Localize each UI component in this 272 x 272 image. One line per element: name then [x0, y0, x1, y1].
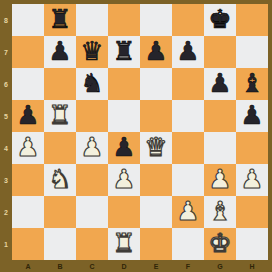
square-g5[interactable]	[204, 100, 236, 132]
piece-black-knight[interactable]: ♞	[76, 68, 108, 100]
square-d8[interactable]	[108, 4, 140, 36]
square-a5[interactable]: ♟	[12, 100, 44, 132]
piece-black-bishop[interactable]: ♝	[236, 68, 268, 100]
piece-white-pawn[interactable]: ♟	[12, 132, 44, 164]
square-f6[interactable]	[172, 68, 204, 100]
piece-black-pawn[interactable]: ♟	[108, 132, 140, 164]
file-label-a: A	[12, 260, 44, 272]
rank-labels: 87654321	[0, 4, 12, 260]
square-h6[interactable]: ♝	[236, 68, 268, 100]
rank-label-3: 3	[0, 164, 12, 196]
file-label-b: B	[44, 260, 76, 272]
square-a2[interactable]	[12, 196, 44, 228]
square-a3[interactable]	[12, 164, 44, 196]
square-c8[interactable]	[76, 4, 108, 36]
square-h7[interactable]	[236, 36, 268, 68]
square-d3[interactable]: ♟	[108, 164, 140, 196]
square-b7[interactable]: ♟	[44, 36, 76, 68]
square-g1[interactable]: ♚	[204, 228, 236, 260]
piece-black-pawn[interactable]: ♟	[204, 68, 236, 100]
square-d2[interactable]	[108, 196, 140, 228]
rank-label-1: 1	[0, 228, 12, 260]
piece-white-pawn[interactable]: ♟	[236, 164, 268, 196]
file-label-d: D	[108, 260, 140, 272]
square-e6[interactable]	[140, 68, 172, 100]
piece-white-pawn[interactable]: ♟	[204, 164, 236, 196]
square-d7[interactable]: ♜	[108, 36, 140, 68]
rank-label-8: 8	[0, 4, 12, 36]
square-b6[interactable]	[44, 68, 76, 100]
square-d6[interactable]	[108, 68, 140, 100]
chess-board[interactable]: ♜♚♟♛♜♟♟♞♟♝♟♜♟♟♟♟♛♞♟♟♟♟♝♜♚	[12, 4, 268, 260]
square-f7[interactable]: ♟	[172, 36, 204, 68]
square-e3[interactable]	[140, 164, 172, 196]
square-b4[interactable]	[44, 132, 76, 164]
piece-white-rook[interactable]: ♜	[108, 228, 140, 260]
square-h8[interactable]	[236, 4, 268, 36]
piece-black-queen[interactable]: ♛	[76, 36, 108, 68]
rank-label-5: 5	[0, 100, 12, 132]
piece-black-pawn[interactable]: ♟	[12, 100, 44, 132]
square-h5[interactable]: ♟	[236, 100, 268, 132]
piece-black-pawn[interactable]: ♟	[236, 100, 268, 132]
rank-label-6: 6	[0, 68, 12, 100]
square-e7[interactable]: ♟	[140, 36, 172, 68]
square-c6[interactable]: ♞	[76, 68, 108, 100]
square-g4[interactable]	[204, 132, 236, 164]
piece-white-bishop[interactable]: ♝	[204, 196, 236, 228]
square-e1[interactable]	[140, 228, 172, 260]
square-b2[interactable]	[44, 196, 76, 228]
piece-black-king[interactable]: ♚	[204, 4, 236, 36]
square-c7[interactable]: ♛	[76, 36, 108, 68]
square-g7[interactable]	[204, 36, 236, 68]
square-g6[interactable]: ♟	[204, 68, 236, 100]
piece-black-pawn[interactable]: ♟	[172, 36, 204, 68]
square-e8[interactable]	[140, 4, 172, 36]
piece-white-queen[interactable]: ♛	[140, 132, 172, 164]
square-g2[interactable]: ♝	[204, 196, 236, 228]
piece-white-pawn[interactable]: ♟	[108, 164, 140, 196]
square-f2[interactable]: ♟	[172, 196, 204, 228]
rank-label-4: 4	[0, 132, 12, 164]
square-c1[interactable]	[76, 228, 108, 260]
rank-label-7: 7	[0, 36, 12, 68]
piece-white-pawn[interactable]: ♟	[172, 196, 204, 228]
square-d5[interactable]	[108, 100, 140, 132]
piece-black-rook[interactable]: ♜	[44, 4, 76, 36]
square-f1[interactable]	[172, 228, 204, 260]
square-a7[interactable]	[12, 36, 44, 68]
square-g3[interactable]: ♟	[204, 164, 236, 196]
square-b8[interactable]: ♜	[44, 4, 76, 36]
square-e2[interactable]	[140, 196, 172, 228]
chess-board-frame: 87654321 ♜♚♟♛♜♟♟♞♟♝♟♜♟♟♟♟♛♞♟♟♟♟♝♜♚ ABCDE…	[0, 0, 272, 272]
square-f4[interactable]	[172, 132, 204, 164]
piece-white-knight[interactable]: ♞	[44, 164, 76, 196]
file-label-f: F	[172, 260, 204, 272]
piece-white-king[interactable]: ♚	[204, 228, 236, 260]
square-b3[interactable]: ♞	[44, 164, 76, 196]
square-a4[interactable]: ♟	[12, 132, 44, 164]
rank-label-2: 2	[0, 196, 12, 228]
square-f3[interactable]	[172, 164, 204, 196]
square-c4[interactable]: ♟	[76, 132, 108, 164]
square-c5[interactable]	[76, 100, 108, 132]
square-a8[interactable]	[12, 4, 44, 36]
square-b1[interactable]	[44, 228, 76, 260]
square-a6[interactable]	[12, 68, 44, 100]
square-c2[interactable]	[76, 196, 108, 228]
piece-black-pawn[interactable]: ♟	[44, 36, 76, 68]
square-b5[interactable]: ♜	[44, 100, 76, 132]
piece-black-pawn[interactable]: ♟	[140, 36, 172, 68]
square-f8[interactable]	[172, 4, 204, 36]
square-c3[interactable]	[76, 164, 108, 196]
square-e4[interactable]: ♛	[140, 132, 172, 164]
square-a1[interactable]	[12, 228, 44, 260]
square-h3[interactable]: ♟	[236, 164, 268, 196]
file-label-g: G	[204, 260, 236, 272]
square-f5[interactable]	[172, 100, 204, 132]
square-h4[interactable]	[236, 132, 268, 164]
piece-white-rook[interactable]: ♜	[44, 100, 76, 132]
square-g8[interactable]: ♚	[204, 4, 236, 36]
file-label-e: E	[140, 260, 172, 272]
piece-white-pawn[interactable]: ♟	[76, 132, 108, 164]
square-d1[interactable]: ♜	[108, 228, 140, 260]
square-d4[interactable]: ♟	[108, 132, 140, 164]
piece-black-rook[interactable]: ♜	[108, 36, 140, 68]
file-label-c: C	[76, 260, 108, 272]
square-e5[interactable]	[140, 100, 172, 132]
square-h2[interactable]	[236, 196, 268, 228]
file-label-h: H	[236, 260, 268, 272]
square-h1[interactable]	[236, 228, 268, 260]
file-labels: ABCDEFGH	[12, 260, 268, 272]
